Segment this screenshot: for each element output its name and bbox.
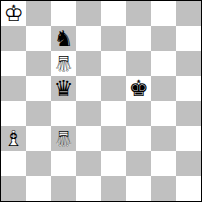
piece-outline-glyph: ♗ [4,128,24,150]
square-c3[interactable]: ♛♕ [51,126,76,151]
bishop-icon: ♝♗ [1,126,26,151]
piece-outline-glyph: ♛ [54,78,74,100]
square-e7[interactable] [101,26,126,51]
square-f1[interactable] [126,176,151,201]
square-a4[interactable] [1,101,26,126]
square-b7[interactable] [26,26,51,51]
square-c7[interactable]: ♞ [51,26,76,51]
square-e5[interactable] [101,76,126,101]
piece-black-knight-c7[interactable]: ♞ [51,26,76,51]
piece-white-grasshopper-inverted-queen-c6[interactable]: ♛♕ [51,51,76,76]
square-f4[interactable] [126,101,151,126]
square-b5[interactable] [26,76,51,101]
square-h1[interactable] [176,176,201,201]
square-e4[interactable] [101,101,126,126]
king-icon: ♚♔ [1,1,26,26]
square-b8[interactable] [26,1,51,26]
chessboard-container: ♚♔♞♛♕♛♚♝♗♛♕ [0,0,202,202]
square-b3[interactable] [26,126,51,151]
square-g4[interactable] [151,101,176,126]
square-h4[interactable] [176,101,201,126]
square-a7[interactable] [1,26,26,51]
square-d7[interactable] [76,26,101,51]
square-g5[interactable] [151,76,176,101]
piece-outline-glyph: ♕ [54,53,74,75]
square-f2[interactable] [126,151,151,176]
piece-outline-glyph: ♚ [129,78,149,100]
piece-white-king-a8[interactable]: ♚♔ [1,1,26,26]
square-h5[interactable] [176,76,201,101]
square-b1[interactable] [26,176,51,201]
piece-black-queen-c5[interactable]: ♛ [51,76,76,101]
square-d1[interactable] [76,176,101,201]
square-h7[interactable] [176,26,201,51]
square-d4[interactable] [76,101,101,126]
square-h6[interactable] [176,51,201,76]
square-d5[interactable] [76,76,101,101]
square-a3[interactable]: ♝♗ [1,126,26,151]
square-c4[interactable] [51,101,76,126]
square-h8[interactable] [176,1,201,26]
square-h2[interactable] [176,151,201,176]
square-d6[interactable] [76,51,101,76]
square-d2[interactable] [76,151,101,176]
square-d3[interactable] [76,126,101,151]
king-icon: ♚ [126,76,151,101]
piece-outline-glyph: ♔ [4,3,24,25]
square-b2[interactable] [26,151,51,176]
piece-white-bishop-a3[interactable]: ♝♗ [1,126,26,151]
piece-outline-glyph: ♕ [54,128,74,150]
square-h3[interactable] [176,126,201,151]
square-f6[interactable] [126,51,151,76]
square-a5[interactable] [1,76,26,101]
chessboard: ♚♔♞♛♕♛♚♝♗♛♕ [0,0,202,202]
square-e6[interactable] [101,51,126,76]
square-b6[interactable] [26,51,51,76]
square-a8[interactable]: ♚♔ [1,1,26,26]
grasshopper-inverted-queen-icon: ♛♕ [51,51,76,76]
square-f3[interactable] [126,126,151,151]
square-a1[interactable] [1,176,26,201]
square-c2[interactable] [51,151,76,176]
square-c5[interactable]: ♛ [51,76,76,101]
square-c6[interactable]: ♛♕ [51,51,76,76]
square-f5[interactable]: ♚ [126,76,151,101]
square-d8[interactable] [76,1,101,26]
square-f7[interactable] [126,26,151,51]
square-e8[interactable] [101,1,126,26]
square-g6[interactable] [151,51,176,76]
knight-icon: ♞ [51,26,76,51]
square-f8[interactable] [126,1,151,26]
square-e2[interactable] [101,151,126,176]
square-b4[interactable] [26,101,51,126]
square-g3[interactable] [151,126,176,151]
square-c8[interactable] [51,1,76,26]
square-e1[interactable] [101,176,126,201]
square-a6[interactable] [1,51,26,76]
square-g8[interactable] [151,1,176,26]
square-g7[interactable] [151,26,176,51]
square-c1[interactable] [51,176,76,201]
square-a2[interactable] [1,151,26,176]
piece-black-king-f5[interactable]: ♚ [126,76,151,101]
piece-outline-glyph: ♞ [54,28,74,50]
square-e3[interactable] [101,126,126,151]
piece-white-grasshopper-inverted-queen-c3[interactable]: ♛♕ [51,126,76,151]
square-g2[interactable] [151,151,176,176]
queen-icon: ♛ [51,76,76,101]
grasshopper-inverted-queen-icon: ♛♕ [51,126,76,151]
square-g1[interactable] [151,176,176,201]
